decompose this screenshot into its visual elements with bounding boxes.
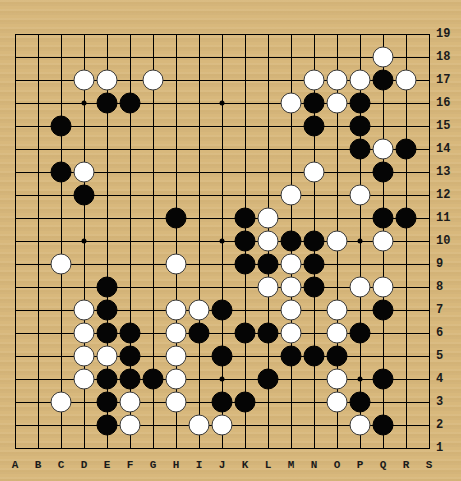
star-point-D10 [82, 239, 87, 244]
col-label-L: L [265, 459, 272, 472]
stone-black-P14 [350, 139, 371, 160]
stone-black-E6 [97, 323, 118, 344]
stone-black-P16 [350, 93, 371, 114]
stone-white-D13 [74, 162, 95, 183]
stone-black-L9 [258, 254, 279, 275]
stone-black-N9 [304, 254, 325, 275]
col-label-Q: Q [380, 459, 387, 472]
stone-black-O5 [327, 346, 348, 367]
col-label-R: R [403, 459, 410, 472]
stone-white-M7 [281, 300, 302, 321]
star-point-P10 [358, 239, 363, 244]
star-point-J10 [220, 239, 225, 244]
stone-white-H5 [166, 346, 187, 367]
stone-white-D5 [74, 346, 95, 367]
stone-white-P8 [350, 277, 371, 298]
stone-black-N8 [304, 277, 325, 298]
stone-black-N5 [304, 346, 325, 367]
stone-white-L11 [258, 208, 279, 229]
col-label-N: N [311, 459, 318, 472]
col-label-F: F [127, 459, 134, 472]
stone-white-M16 [281, 93, 302, 114]
stone-black-Q2 [373, 415, 394, 436]
stone-black-N16 [304, 93, 325, 114]
stone-black-M5 [281, 346, 302, 367]
go-board-canvas: ABCDEFGHIJKLMNOPQRS191817161514131211109… [0, 0, 461, 481]
row-label-16: 16 [436, 97, 450, 110]
stone-black-P15 [350, 116, 371, 137]
col-label-G: G [150, 459, 157, 472]
stone-black-C15 [51, 116, 72, 137]
stone-white-H9 [166, 254, 187, 275]
stone-white-D7 [74, 300, 95, 321]
stone-black-K3 [235, 392, 256, 413]
stone-black-J3 [212, 392, 233, 413]
col-label-I: I [196, 459, 203, 472]
stone-white-L10 [258, 231, 279, 252]
stone-black-F16 [120, 93, 141, 114]
stone-black-Q7 [373, 300, 394, 321]
row-label-11: 11 [436, 212, 450, 225]
row-label-7: 7 [436, 304, 443, 317]
col-label-M: M [288, 459, 295, 472]
stone-white-P2 [350, 415, 371, 436]
stone-black-G4 [143, 369, 164, 390]
stone-white-O17 [327, 70, 348, 91]
stone-black-E8 [97, 277, 118, 298]
stone-black-C13 [51, 162, 72, 183]
row-label-10: 10 [436, 235, 450, 248]
stone-white-P17 [350, 70, 371, 91]
stone-white-O4 [327, 369, 348, 390]
stone-white-H6 [166, 323, 187, 344]
stone-white-F3 [120, 392, 141, 413]
stone-black-Q13 [373, 162, 394, 183]
stone-black-L6 [258, 323, 279, 344]
stone-black-F6 [120, 323, 141, 344]
stone-white-O7 [327, 300, 348, 321]
col-label-C: C [58, 459, 65, 472]
stone-black-R11 [396, 208, 417, 229]
stone-white-O6 [327, 323, 348, 344]
row-label-19: 19 [436, 28, 450, 41]
stone-black-P6 [350, 323, 371, 344]
stone-white-C3 [51, 392, 72, 413]
stone-black-H11 [166, 208, 187, 229]
stone-white-R17 [396, 70, 417, 91]
col-label-A: A [12, 459, 19, 472]
star-point-P4 [358, 377, 363, 382]
row-label-14: 14 [436, 143, 450, 156]
row-label-18: 18 [436, 51, 450, 64]
stone-white-M9 [281, 254, 302, 275]
row-label-1: 1 [436, 442, 443, 455]
col-label-K: K [242, 459, 249, 472]
stone-black-L4 [258, 369, 279, 390]
stone-white-D6 [74, 323, 95, 344]
stone-white-I2 [189, 415, 210, 436]
stone-black-Q17 [373, 70, 394, 91]
stone-white-F2 [120, 415, 141, 436]
stone-white-H7 [166, 300, 187, 321]
stone-white-N13 [304, 162, 325, 183]
stone-white-I7 [189, 300, 210, 321]
stone-white-Q14 [373, 139, 394, 160]
stone-white-Q18 [373, 47, 394, 68]
stone-black-N15 [304, 116, 325, 137]
stone-white-O10 [327, 231, 348, 252]
stone-black-N10 [304, 231, 325, 252]
row-label-3: 3 [436, 396, 443, 409]
stone-black-M10 [281, 231, 302, 252]
stone-white-O16 [327, 93, 348, 114]
stone-black-K10 [235, 231, 256, 252]
stone-white-D17 [74, 70, 95, 91]
row-label-6: 6 [436, 327, 443, 340]
stone-white-J2 [212, 415, 233, 436]
stone-black-F5 [120, 346, 141, 367]
stone-white-P12 [350, 185, 371, 206]
row-label-17: 17 [436, 74, 450, 87]
col-label-J: J [219, 459, 226, 472]
col-label-E: E [104, 459, 111, 472]
stone-black-E4 [97, 369, 118, 390]
star-point-D16 [82, 101, 87, 106]
row-label-12: 12 [436, 189, 450, 202]
stone-white-M8 [281, 277, 302, 298]
stone-black-F4 [120, 369, 141, 390]
stone-black-I6 [189, 323, 210, 344]
stone-black-D12 [74, 185, 95, 206]
stone-white-D4 [74, 369, 95, 390]
stone-black-E2 [97, 415, 118, 436]
stone-white-Q8 [373, 277, 394, 298]
stone-white-E5 [97, 346, 118, 367]
star-point-J16 [220, 101, 225, 106]
row-label-15: 15 [436, 120, 450, 133]
stone-white-C9 [51, 254, 72, 275]
stone-white-H4 [166, 369, 187, 390]
row-label-8: 8 [436, 281, 443, 294]
stone-black-K9 [235, 254, 256, 275]
row-label-4: 4 [436, 373, 443, 386]
stone-black-K11 [235, 208, 256, 229]
col-label-D: D [81, 459, 88, 472]
stone-white-L8 [258, 277, 279, 298]
stone-white-N17 [304, 70, 325, 91]
row-label-9: 9 [436, 258, 443, 271]
row-label-2: 2 [436, 419, 443, 432]
stone-black-R14 [396, 139, 417, 160]
col-label-B: B [35, 459, 42, 472]
stone-white-Q10 [373, 231, 394, 252]
stone-black-J7 [212, 300, 233, 321]
stone-white-M12 [281, 185, 302, 206]
stone-black-J5 [212, 346, 233, 367]
stone-white-G17 [143, 70, 164, 91]
stone-black-E3 [97, 392, 118, 413]
stone-white-O3 [327, 392, 348, 413]
col-label-S: S [426, 459, 433, 472]
stone-white-H3 [166, 392, 187, 413]
star-point-J4 [220, 377, 225, 382]
stone-black-Q11 [373, 208, 394, 229]
stone-black-Q4 [373, 369, 394, 390]
stone-black-E16 [97, 93, 118, 114]
col-label-H: H [173, 459, 180, 472]
stone-white-M6 [281, 323, 302, 344]
col-label-O: O [334, 459, 341, 472]
stone-white-E17 [97, 70, 118, 91]
stone-black-E7 [97, 300, 118, 321]
row-label-13: 13 [436, 166, 450, 179]
stone-black-K6 [235, 323, 256, 344]
row-label-5: 5 [436, 350, 443, 363]
stone-black-P3 [350, 392, 371, 413]
col-label-P: P [357, 459, 364, 472]
